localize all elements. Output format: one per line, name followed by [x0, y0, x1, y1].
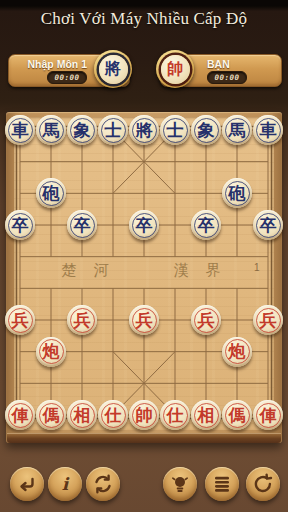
menu-icon	[210, 472, 234, 496]
opponent-timer: 00:00	[47, 71, 87, 84]
hint-lightbulb-icon	[168, 472, 192, 496]
red-piece[interactable]: 帥	[129, 400, 159, 430]
red-piece[interactable]: 相	[67, 400, 97, 430]
red-piece[interactable]: 兵	[5, 305, 35, 335]
red-piece[interactable]: 兵	[191, 305, 221, 335]
black-piece[interactable]: 卒	[5, 210, 35, 240]
black-piece[interactable]: 砲	[36, 178, 66, 208]
red-piece[interactable]: 兵	[253, 305, 283, 335]
info-icon: i	[53, 472, 77, 496]
red-piece[interactable]: 兵	[129, 305, 159, 335]
opponent-name: Nhập Môn 1	[28, 58, 88, 70]
black-general-icon: 將	[99, 55, 128, 84]
red-piece[interactable]: 仕	[160, 400, 190, 430]
menu-button[interactable]	[205, 467, 239, 501]
board-bevel	[7, 433, 281, 443]
black-piece[interactable]: 馬	[36, 115, 66, 145]
black-piece[interactable]: 卒	[129, 210, 159, 240]
red-piece[interactable]: 傌	[36, 400, 66, 430]
black-piece[interactable]: 將	[129, 115, 159, 145]
swap-sides-button[interactable]	[86, 467, 120, 501]
pieces-layer: 車馬象士將士象馬車砲砲卒卒卒卒卒兵兵兵兵兵炮炮俥傌相仕帥仕相傌俥	[6, 112, 282, 443]
black-piece[interactable]: 馬	[222, 115, 252, 145]
undo-button[interactable]	[10, 467, 44, 501]
page-title: Chơi Với Máy Nhiều Cấp Độ	[0, 9, 288, 29]
red-piece[interactable]: 相	[191, 400, 221, 430]
black-piece[interactable]: 車	[5, 115, 35, 145]
svg-text:i: i	[62, 474, 70, 494]
black-piece[interactable]: 車	[253, 115, 283, 145]
red-piece[interactable]: 俥	[5, 400, 35, 430]
black-piece[interactable]: 卒	[191, 210, 221, 240]
hint-button[interactable]	[163, 467, 197, 501]
swap-sides-icon	[91, 472, 115, 496]
status-bar	[0, 0, 288, 6]
you-timer: 00:00	[207, 71, 247, 84]
black-piece[interactable]: 象	[191, 115, 221, 145]
undo-icon	[15, 472, 39, 496]
red-piece[interactable]: 俥	[253, 400, 283, 430]
black-piece[interactable]: 士	[160, 115, 190, 145]
opponent-piece-badge: 將	[94, 50, 132, 88]
app-screen: Chơi Với Máy Nhiều Cấp Độ Nhập Môn 1 00:…	[0, 0, 288, 512]
you-name: BẠN	[207, 58, 230, 70]
xiangqi-board[interactable]: 楚 河 漢 界 1 車馬象士將士象馬車砲砲卒卒卒卒卒兵兵兵兵兵炮炮俥傌相仕帥仕相…	[6, 112, 282, 443]
red-piece[interactable]: 傌	[222, 400, 252, 430]
you-piece-badge: 帥	[156, 50, 194, 88]
black-piece[interactable]: 卒	[253, 210, 283, 240]
red-piece[interactable]: 仕	[98, 400, 128, 430]
red-piece[interactable]: 兵	[67, 305, 97, 335]
info-button[interactable]: i	[48, 467, 82, 501]
restart-icon	[251, 472, 275, 496]
black-piece[interactable]: 士	[98, 115, 128, 145]
restart-button[interactable]	[246, 467, 280, 501]
black-piece[interactable]: 砲	[222, 178, 252, 208]
red-piece[interactable]: 炮	[36, 337, 66, 367]
red-general-icon: 帥	[161, 55, 190, 84]
black-piece[interactable]: 象	[67, 115, 97, 145]
red-piece[interactable]: 炮	[222, 337, 252, 367]
black-piece[interactable]: 卒	[67, 210, 97, 240]
